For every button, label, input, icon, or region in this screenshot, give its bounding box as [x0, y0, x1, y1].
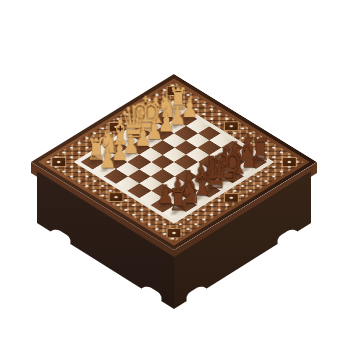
inlay-medallion [167, 228, 182, 237]
white-pawn-glyph: ♟ [91, 145, 124, 171]
black-rook-glyph: ♜ [162, 185, 195, 215]
chess-set-photo: ♜♞♝♛♚♝♞♜♟♟♟♟♟♟♟♟♟♟♟♟♟♟♟♟♜♞♝♛♚♝♞♜ [0, 0, 350, 350]
